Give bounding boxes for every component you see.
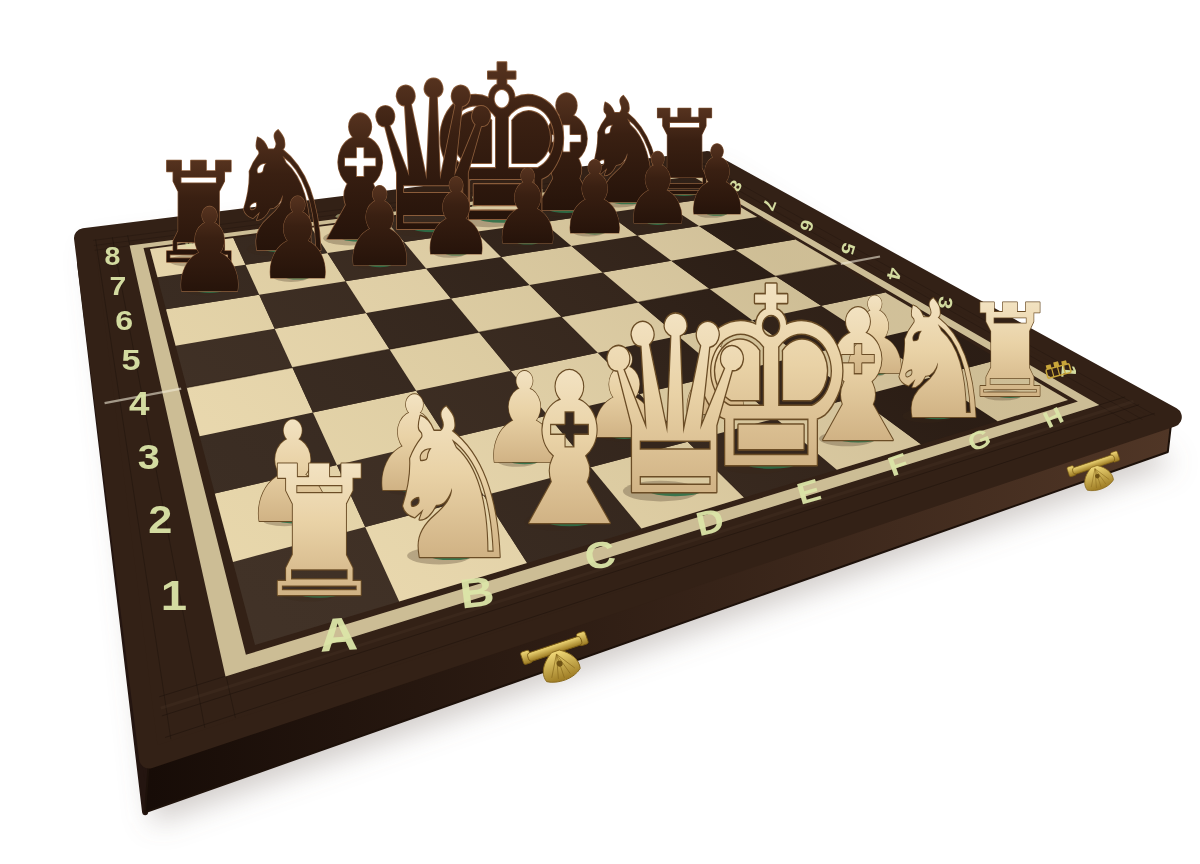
rank-label-left-5: 5 bbox=[122, 342, 141, 376]
black-pawn-c7[interactable]: ♟ bbox=[340, 165, 420, 291]
white-knight-b1[interactable]: ♞ bbox=[376, 366, 527, 605]
black-pawn-d7[interactable]: ♟ bbox=[417, 155, 495, 279]
chess-board-photo: 12345678ABCDEFGH12345678ABCDEFGH♜♞♝♟♚♟♛♟… bbox=[0, 0, 1200, 864]
rank-label-left-4: 4 bbox=[129, 386, 150, 422]
black-pawn-g7[interactable]: ♟ bbox=[622, 132, 694, 246]
rank-label-left-7: 7 bbox=[109, 271, 126, 301]
black-pawn-e7[interactable]: ♟ bbox=[490, 147, 566, 267]
rank-label-left-8: 8 bbox=[105, 242, 121, 270]
white-rook-a1[interactable]: ♜ bbox=[253, 428, 385, 638]
rank-label-left-2: 2 bbox=[148, 499, 172, 542]
photo-stage: 12345678ABCDEFGH12345678ABCDEFGH♜♞♝♟♚♟♛♟… bbox=[0, 0, 1200, 864]
rank-label-left-6: 6 bbox=[115, 305, 133, 336]
rank-label-left-1: 1 bbox=[161, 573, 187, 619]
black-pawn-a7[interactable]: ♟ bbox=[167, 184, 252, 319]
black-pawn-f7[interactable]: ♟ bbox=[558, 140, 632, 257]
black-pawn-b7[interactable]: ♟ bbox=[256, 174, 338, 304]
rank-label-left-3: 3 bbox=[138, 437, 160, 476]
